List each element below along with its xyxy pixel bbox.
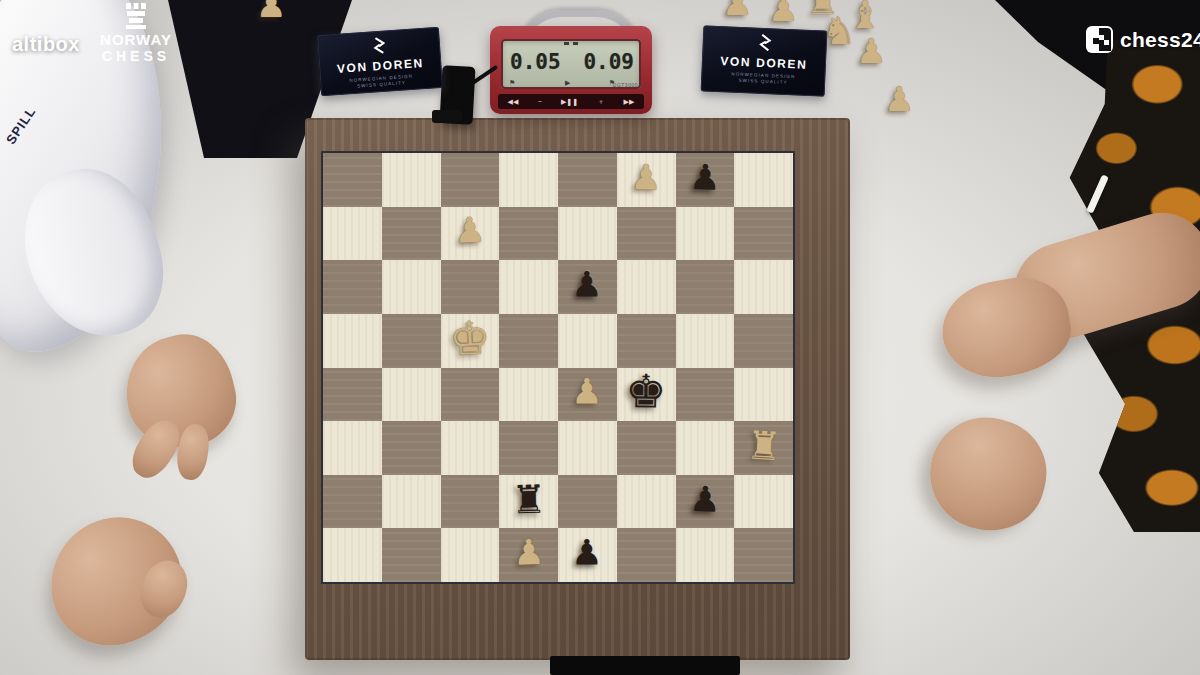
clock-rewind-button[interactable]: ◀◀ [508,98,519,105]
captured-pawn: ♟ [768,0,798,26]
sponsor-plaque-right: VON DOREN NORWEGIAN DESIGN SWISS QUALITY [701,25,828,96]
clock-forward-button[interactable]: ▶▶ [624,98,635,105]
captured-pawn: ♟ [722,0,752,20]
clock-minus-button[interactable]: − [538,98,542,105]
clock-buttons: ◀◀ − ▶❚❚ ＋ ▶▶ [498,94,644,109]
captured-pawn: ♟ [856,34,886,68]
von-doren-icon [757,34,773,52]
table-edge-object [550,656,740,675]
piece-white-rook[interactable]: ♜ [745,425,782,466]
piece-white-king[interactable]: ♚ [448,314,491,362]
clock-display: 0.05 0.09 ⚑ ▶ ⚑ DGT3000 [501,39,641,89]
altibox-logo: altibox [12,33,80,56]
clock-playpause-button[interactable]: ▶❚❚ [561,98,578,105]
chess24-logo: chess24 [1086,26,1200,53]
clock-left-time: 0.05 [510,50,561,74]
clock-plus-button[interactable]: ＋ [597,98,604,105]
captured-rook: ♜ [806,0,840,20]
piece-black-pawn[interactable]: ♟ [689,160,722,196]
clock-right-time: 0.09 [583,50,634,74]
norway-chess-text2: CHESS [76,48,196,64]
chess-board-frame: ♟♟♟♟♚♟♚♜♜♟♟♟ [305,118,850,660]
captured-bishop: ♝ [848,0,882,34]
chess-board: ♟♟♟♟♚♟♚♜♜♟♟♟ [323,153,793,582]
clock-indicator-marks [564,42,578,45]
board-cable-connector [432,110,462,123]
piece-black-pawn[interactable]: ♟ [572,267,604,302]
right-player-second-hand [917,404,1059,544]
piece-black-pawn[interactable]: ♟ [572,536,604,571]
piece-black-pawn[interactable]: ♟ [689,481,722,517]
norway-chess-logo: NORWAY CHESS [76,3,196,64]
chess24-text: chess24 [1120,28,1200,52]
piece-black-king[interactable]: ♚ [625,368,667,415]
clock-play-icon: ▶ [565,79,570,87]
sponsor-plaque-left: VON DOREN NORWEGIAN DESIGN SWISS QUALITY [317,27,443,96]
chess24-icon [1086,26,1113,53]
clock-flag-icon: ⚑ [509,79,515,87]
broadcast-frame: SPILL altibox NORWAY CHESS chess24 [0,0,1200,675]
piece-white-pawn[interactable]: ♟ [572,375,604,410]
chess-clock: 0.05 0.09 ⚑ ▶ ⚑ DGT3000 ◀◀ − ▶❚❚ ＋ ▶▶ [490,26,652,114]
captured-pawn: ♟ [884,82,914,116]
piece-black-rook[interactable]: ♜ [511,479,547,519]
piece-white-pawn[interactable]: ♟ [512,535,544,571]
clock-model-label: DGT3000 [613,82,638,88]
norway-chess-text1: NORWAY [76,31,196,48]
von-doren-icon [371,37,387,55]
piece-layer: ♟♟♟♟♚♟♚♜♜♟♟♟ [323,153,793,582]
piece-white-pawn[interactable]: ♟ [453,213,486,249]
piece-white-pawn[interactable]: ♟ [630,160,662,196]
rook-castle-icon [125,3,147,29]
